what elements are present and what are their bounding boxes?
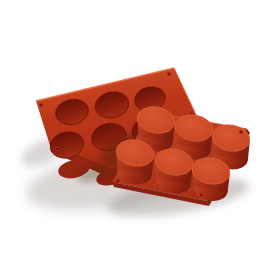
corner-hole xyxy=(240,131,242,133)
corner-hole xyxy=(56,148,58,150)
corner-hole xyxy=(40,104,42,106)
product-photo xyxy=(0,0,279,279)
corner-hole xyxy=(200,194,202,196)
corner-hole xyxy=(168,73,170,75)
silicone-mold-photo xyxy=(0,0,279,279)
corner-hole xyxy=(117,180,119,182)
